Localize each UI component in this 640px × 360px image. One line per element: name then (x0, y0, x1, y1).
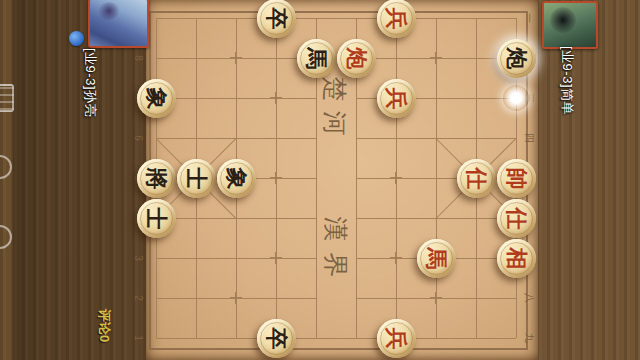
piece-character: 馬 (297, 39, 336, 78)
point-marker (390, 172, 402, 184)
piece-red-帥[interactable]: 帥 (497, 159, 536, 198)
left-wood-panel (0, 0, 148, 360)
grid-horizontal-line (156, 338, 516, 339)
player-left-name: [业9-3]孙亮 (82, 48, 99, 138)
piece-character: 仕 (457, 159, 496, 198)
file-label-left-2: 2 (132, 291, 146, 305)
piece-character: 將 (137, 159, 176, 198)
point-marker (230, 52, 242, 64)
piece-black-卒[interactable]: 卒 (257, 319, 296, 358)
piece-character: 相 (497, 239, 536, 278)
river-char: 楚 (320, 74, 350, 104)
point-marker (430, 292, 442, 304)
piece-red-炮[interactable]: 炮 (337, 39, 376, 78)
piece-red-兵[interactable]: 兵 (377, 79, 416, 118)
edge-menu-icon[interactable] (0, 84, 14, 112)
piece-character: 士 (137, 199, 176, 238)
piece-black-象[interactable]: 象 (217, 159, 256, 198)
piece-black-卒[interactable]: 卒 (257, 0, 296, 38)
point-marker (270, 92, 282, 104)
piece-red-仕[interactable]: 仕 (497, 199, 536, 238)
grid-horizontal-line (156, 98, 316, 99)
file-label-left-8: 8 (132, 51, 146, 65)
piece-character: 卒 (257, 0, 296, 38)
player-left-avatar[interactable] (88, 0, 149, 48)
point-marker (270, 172, 282, 184)
file-label-left-6: 6 (132, 131, 146, 145)
piece-character: 兵 (377, 0, 416, 38)
player-right-name: [业9-3]简单 (559, 46, 576, 142)
piece-black-馬[interactable]: 馬 (297, 39, 336, 78)
piece-black-炮[interactable]: 炮 (497, 39, 536, 78)
piece-red-仕[interactable]: 仕 (457, 159, 496, 198)
piece-black-士[interactable]: 士 (137, 199, 176, 238)
file-label-right-四: 四 (522, 131, 536, 145)
piece-character: 帥 (497, 159, 536, 198)
point-marker (230, 292, 242, 304)
last-move-marker (503, 85, 529, 111)
piece-character: 馬 (417, 239, 456, 278)
piece-red-兵[interactable]: 兵 (377, 319, 416, 358)
piece-red-兵[interactable]: 兵 (377, 0, 416, 38)
file-label-left-3: 3 (132, 251, 146, 265)
player-left-status-badge-icon (69, 31, 84, 46)
grid-horizontal-line (156, 18, 516, 19)
piece-character: 卒 (257, 319, 296, 358)
piece-character: 象 (217, 159, 256, 198)
piece-character: 士 (177, 159, 216, 198)
player-right-avatar[interactable] (542, 1, 598, 49)
river-char: 界 (321, 250, 351, 280)
game-screen: 987654321一二三四五六七八九 楚河漢界 象將士士象卒卒馬炮兵兵兵馬仕帥仕… (0, 0, 640, 360)
piece-black-象[interactable]: 象 (137, 79, 176, 118)
river-char: 河 (320, 108, 350, 138)
piece-character: 仕 (497, 199, 536, 238)
file-label-right-九: 九 (522, 331, 536, 345)
piece-character: 兵 (377, 319, 416, 358)
point-marker (430, 52, 442, 64)
piece-red-馬[interactable]: 馬 (417, 239, 456, 278)
piece-character: 炮 (337, 39, 376, 78)
point-marker (390, 252, 402, 264)
piece-character: 象 (137, 79, 176, 118)
point-marker (270, 252, 282, 264)
file-label-right-八: 八 (522, 291, 536, 305)
file-label-left-1: 1 (132, 331, 146, 345)
piece-red-相[interactable]: 相 (497, 239, 536, 278)
piece-black-士[interactable]: 士 (177, 159, 216, 198)
piece-character: 炮 (497, 39, 536, 78)
river-char: 漢 (321, 214, 351, 244)
grid-horizontal-line (156, 258, 316, 259)
piece-black-將[interactable]: 將 (137, 159, 176, 198)
right-wood-panel (536, 0, 640, 360)
comments-button[interactable]: 评论0 (97, 309, 113, 359)
piece-character: 兵 (377, 79, 416, 118)
file-label-right-一: 一 (522, 11, 536, 25)
